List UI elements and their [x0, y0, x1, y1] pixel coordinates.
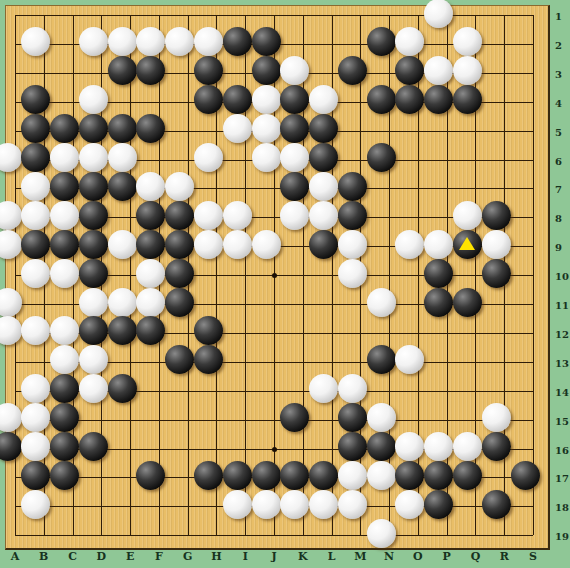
row-label-19: 19 [555, 531, 569, 542]
black-stone-F8 [136, 201, 165, 230]
black-stone-M15 [338, 403, 367, 432]
black-stone-G11 [165, 288, 194, 317]
black-stone-J3 [252, 56, 281, 85]
black-stone-C17 [50, 461, 79, 490]
white-stone-M9 [338, 230, 367, 259]
black-stone-P18 [424, 490, 453, 519]
white-stone-I18 [223, 490, 252, 519]
white-stone-O9 [395, 230, 424, 259]
black-stone-L6 [309, 143, 338, 172]
black-stone-K7 [280, 172, 309, 201]
white-stone-K8 [280, 201, 309, 230]
white-stone-J9 [252, 230, 281, 259]
black-stone-E3 [108, 56, 137, 85]
column-label-D: D [97, 550, 107, 563]
row-label-3: 3 [555, 68, 562, 79]
row-label-10: 10 [555, 271, 569, 282]
white-stone-C6 [50, 143, 79, 172]
row-label-2: 2 [555, 39, 562, 50]
grid-vline [533, 15, 534, 535]
black-stone-N13 [367, 345, 396, 374]
row-label-12: 12 [555, 328, 569, 339]
black-stone-M3 [338, 56, 367, 85]
white-stone-B7 [21, 172, 50, 201]
triangle-marker [459, 237, 475, 250]
row-label-16: 16 [555, 444, 569, 455]
white-stone-B18 [21, 490, 50, 519]
black-stone-D5 [79, 114, 108, 143]
white-stone-J4 [252, 85, 281, 114]
column-label-I: I [243, 550, 248, 563]
column-label-P: P [443, 550, 451, 563]
black-stone-D16 [79, 432, 108, 461]
grid-hline [15, 535, 533, 536]
black-stone-K17 [280, 461, 309, 490]
white-stone-C10 [50, 259, 79, 288]
black-stone-N2 [367, 27, 396, 56]
white-stone-F10 [136, 259, 165, 288]
black-stone-L17 [309, 461, 338, 490]
white-stone-R9 [482, 230, 511, 259]
black-stone-Q4 [453, 85, 482, 114]
black-stone-M16 [338, 432, 367, 461]
white-stone-A11 [0, 288, 22, 317]
column-label-A: A [11, 550, 20, 563]
white-stone-L7 [309, 172, 338, 201]
black-stone-N16 [367, 432, 396, 461]
row-label-11: 11 [555, 300, 569, 311]
row-label-9: 9 [555, 242, 562, 253]
black-stone-P10 [424, 259, 453, 288]
column-label-B: B [39, 550, 48, 563]
white-stone-M18 [338, 490, 367, 519]
white-stone-R15 [482, 403, 511, 432]
black-stone-R16 [482, 432, 511, 461]
black-stone-D8 [79, 201, 108, 230]
white-stone-E11 [108, 288, 137, 317]
white-stone-J6 [252, 143, 281, 172]
row-label-6: 6 [555, 155, 562, 166]
white-stone-K18 [280, 490, 309, 519]
column-label-S: S [529, 550, 537, 563]
row-label-13: 13 [555, 357, 569, 368]
white-stone-N15 [367, 403, 396, 432]
white-stone-Q8 [453, 201, 482, 230]
white-stone-G7 [165, 172, 194, 201]
black-stone-B17 [21, 461, 50, 490]
star-point [272, 447, 277, 452]
go-board-screenshot: ABCDEFGHIJKLMNOPQRS 12345678910111213141… [0, 0, 570, 568]
column-label-G: G [183, 550, 192, 563]
row-label-8: 8 [555, 213, 562, 224]
black-stone-P11 [424, 288, 453, 317]
white-stone-I8 [223, 201, 252, 230]
white-stone-N19 [367, 519, 396, 548]
row-label-5: 5 [555, 126, 562, 137]
column-label-M: M [354, 550, 366, 563]
black-stone-N6 [367, 143, 396, 172]
black-stone-C5 [50, 114, 79, 143]
black-stone-J17 [252, 461, 281, 490]
black-stone-R10 [482, 259, 511, 288]
black-stone-E7 [108, 172, 137, 201]
white-stone-C8 [50, 201, 79, 230]
row-label-17: 17 [555, 473, 569, 484]
white-stone-D11 [79, 288, 108, 317]
row-label-1: 1 [555, 11, 562, 22]
black-stone-L9 [309, 230, 338, 259]
white-stone-D4 [79, 85, 108, 114]
black-stone-M8 [338, 201, 367, 230]
row-label-14: 14 [555, 386, 569, 397]
white-stone-E2 [108, 27, 137, 56]
white-stone-N17 [367, 461, 396, 490]
black-stone-G9 [165, 230, 194, 259]
black-stone-F9 [136, 230, 165, 259]
row-label-7: 7 [555, 184, 562, 195]
black-stone-E5 [108, 114, 137, 143]
column-label-Q: Q [471, 550, 481, 563]
white-stone-E9 [108, 230, 137, 259]
white-stone-M17 [338, 461, 367, 490]
white-stone-I5 [223, 114, 252, 143]
black-stone-I17 [223, 461, 252, 490]
column-label-O: O [413, 550, 423, 563]
white-stone-J5 [252, 114, 281, 143]
black-stone-D9 [79, 230, 108, 259]
column-label-C: C [68, 550, 77, 563]
black-stone-Q11 [453, 288, 482, 317]
row-label-18: 18 [555, 502, 569, 513]
column-label-H: H [211, 550, 221, 563]
white-stone-B8 [21, 201, 50, 230]
black-stone-D10 [79, 259, 108, 288]
row-label-4: 4 [555, 97, 562, 108]
white-stone-Q16 [453, 432, 482, 461]
white-stone-L8 [309, 201, 338, 230]
black-stone-C9 [50, 230, 79, 259]
white-stone-D14 [79, 374, 108, 403]
white-stone-P1 [424, 0, 453, 28]
white-stone-D13 [79, 345, 108, 374]
black-stone-E14 [108, 374, 137, 403]
white-stone-H6 [194, 143, 223, 172]
black-stone-P17 [424, 461, 453, 490]
black-stone-B9 [21, 230, 50, 259]
black-stone-H4 [194, 85, 223, 114]
column-label-N: N [384, 550, 394, 563]
black-stone-G8 [165, 201, 194, 230]
column-label-J: J [271, 550, 276, 563]
black-stone-C7 [50, 172, 79, 201]
black-stone-I2 [223, 27, 252, 56]
white-stone-B10 [21, 259, 50, 288]
black-stone-N4 [367, 85, 396, 114]
black-stone-Q17 [453, 461, 482, 490]
column-label-R: R [500, 550, 509, 563]
row-label-15: 15 [555, 415, 569, 426]
white-stone-F11 [136, 288, 165, 317]
column-label-E: E [126, 550, 134, 563]
black-stone-C15 [50, 403, 79, 432]
white-stone-P9 [424, 230, 453, 259]
black-stone-M7 [338, 172, 367, 201]
black-stone-I4 [223, 85, 252, 114]
white-stone-M14 [338, 374, 367, 403]
white-stone-L18 [309, 490, 338, 519]
black-stone-C16 [50, 432, 79, 461]
black-stone-G10 [165, 259, 194, 288]
black-stone-L5 [309, 114, 338, 143]
white-stone-H9 [194, 230, 223, 259]
white-stone-J18 [252, 490, 281, 519]
black-stone-D7 [79, 172, 108, 201]
white-stone-I9 [223, 230, 252, 259]
black-stone-H17 [194, 461, 223, 490]
column-label-K: K [298, 550, 308, 563]
black-stone-S17 [511, 461, 540, 490]
black-stone-R8 [482, 201, 511, 230]
column-label-F: F [155, 550, 163, 563]
white-stone-H8 [194, 201, 223, 230]
white-stone-N11 [367, 288, 396, 317]
column-label-L: L [328, 550, 336, 563]
black-stone-J2 [252, 27, 281, 56]
white-stone-E6 [108, 143, 137, 172]
white-stone-O18 [395, 490, 424, 519]
white-stone-M10 [338, 259, 367, 288]
black-stone-R18 [482, 490, 511, 519]
white-stone-P16 [424, 432, 453, 461]
black-stone-E12 [108, 316, 137, 345]
grid-hline [15, 420, 533, 421]
white-stone-D6 [79, 143, 108, 172]
